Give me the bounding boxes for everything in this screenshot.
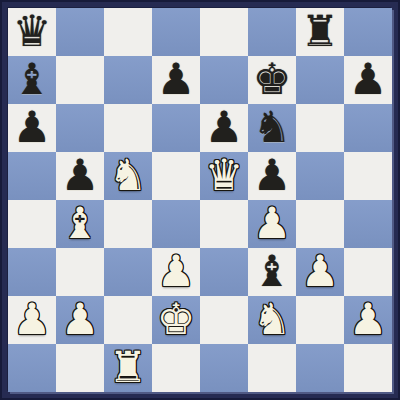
square-g1[interactable] (296, 344, 344, 392)
square-g2[interactable] (296, 296, 344, 344)
square-a1[interactable] (8, 344, 56, 392)
piece-white-pawn[interactable]: ♟ (152, 247, 200, 295)
square-c1[interactable]: ♜ (104, 344, 152, 392)
piece-white-pawn[interactable]: ♟ (344, 295, 392, 343)
square-f5[interactable]: ♟ (248, 152, 296, 200)
chess-board: ♛♜♝♟♚♟♟♟♞♟♞♛♟♝♟♟♝♟♟♟♚♞♟♜ (8, 8, 392, 392)
square-d4[interactable] (152, 200, 200, 248)
board-frame: ♛♜♝♟♚♟♟♟♞♟♞♛♟♝♟♟♝♟♟♟♚♞♟♜ (2, 2, 398, 398)
piece-black-pawn[interactable]: ♟ (8, 103, 56, 151)
piece-white-rook[interactable]: ♜ (104, 343, 152, 391)
square-a4[interactable] (8, 200, 56, 248)
piece-black-king[interactable]: ♚ (248, 55, 296, 103)
square-h8[interactable] (344, 8, 392, 56)
square-g4[interactable] (296, 200, 344, 248)
square-d5[interactable] (152, 152, 200, 200)
piece-black-pawn[interactable]: ♟ (56, 151, 104, 199)
square-f8[interactable] (248, 8, 296, 56)
piece-black-rook[interactable]: ♜ (296, 7, 344, 55)
square-e5[interactable]: ♛ (200, 152, 248, 200)
square-b4[interactable]: ♝ (56, 200, 104, 248)
square-e8[interactable] (200, 8, 248, 56)
piece-white-pawn[interactable]: ♟ (248, 199, 296, 247)
square-e6[interactable]: ♟ (200, 104, 248, 152)
piece-black-queen[interactable]: ♛ (8, 7, 56, 55)
square-b6[interactable] (56, 104, 104, 152)
square-g8[interactable]: ♜ (296, 8, 344, 56)
square-c3[interactable] (104, 248, 152, 296)
square-a8[interactable]: ♛ (8, 8, 56, 56)
piece-black-bishop[interactable]: ♝ (248, 247, 296, 295)
square-g7[interactable] (296, 56, 344, 104)
square-g6[interactable] (296, 104, 344, 152)
board-frame-outer: ♛♜♝♟♚♟♟♟♞♟♞♛♟♝♟♟♝♟♟♟♚♞♟♜ (0, 0, 400, 400)
piece-white-pawn[interactable]: ♟ (296, 247, 344, 295)
square-f1[interactable] (248, 344, 296, 392)
square-h7[interactable]: ♟ (344, 56, 392, 104)
piece-black-pawn[interactable]: ♟ (200, 103, 248, 151)
square-d3[interactable]: ♟ (152, 248, 200, 296)
piece-white-pawn[interactable]: ♟ (8, 295, 56, 343)
square-b3[interactable] (56, 248, 104, 296)
square-h4[interactable] (344, 200, 392, 248)
square-c8[interactable] (104, 8, 152, 56)
piece-black-bishop[interactable]: ♝ (8, 55, 56, 103)
square-f4[interactable]: ♟ (248, 200, 296, 248)
piece-white-knight[interactable]: ♞ (104, 151, 152, 199)
square-h2[interactable]: ♟ (344, 296, 392, 344)
square-c5[interactable]: ♞ (104, 152, 152, 200)
piece-black-pawn[interactable]: ♟ (248, 151, 296, 199)
square-f3[interactable]: ♝ (248, 248, 296, 296)
square-f2[interactable]: ♞ (248, 296, 296, 344)
square-a5[interactable] (8, 152, 56, 200)
square-f7[interactable]: ♚ (248, 56, 296, 104)
square-e7[interactable] (200, 56, 248, 104)
piece-black-pawn[interactable]: ♟ (344, 55, 392, 103)
piece-white-knight[interactable]: ♞ (248, 295, 296, 343)
square-d2[interactable]: ♚ (152, 296, 200, 344)
square-h1[interactable] (344, 344, 392, 392)
piece-white-bishop[interactable]: ♝ (56, 199, 104, 247)
square-d6[interactable] (152, 104, 200, 152)
square-a7[interactable]: ♝ (8, 56, 56, 104)
square-e2[interactable] (200, 296, 248, 344)
piece-black-knight[interactable]: ♞ (248, 103, 296, 151)
square-b5[interactable]: ♟ (56, 152, 104, 200)
square-d7[interactable]: ♟ (152, 56, 200, 104)
square-e4[interactable] (200, 200, 248, 248)
square-c2[interactable] (104, 296, 152, 344)
square-c4[interactable] (104, 200, 152, 248)
square-h3[interactable] (344, 248, 392, 296)
square-d8[interactable] (152, 8, 200, 56)
square-e1[interactable] (200, 344, 248, 392)
square-c6[interactable] (104, 104, 152, 152)
square-f6[interactable]: ♞ (248, 104, 296, 152)
square-g3[interactable]: ♟ (296, 248, 344, 296)
square-h5[interactable] (344, 152, 392, 200)
square-b1[interactable] (56, 344, 104, 392)
square-b2[interactable]: ♟ (56, 296, 104, 344)
square-h6[interactable] (344, 104, 392, 152)
square-a3[interactable] (8, 248, 56, 296)
square-a6[interactable]: ♟ (8, 104, 56, 152)
piece-white-queen[interactable]: ♛ (200, 151, 248, 199)
square-d1[interactable] (152, 344, 200, 392)
square-c7[interactable] (104, 56, 152, 104)
piece-white-pawn[interactable]: ♟ (56, 295, 104, 343)
square-g5[interactable] (296, 152, 344, 200)
piece-black-pawn[interactable]: ♟ (152, 55, 200, 103)
square-e3[interactable] (200, 248, 248, 296)
piece-white-king[interactable]: ♚ (152, 295, 200, 343)
square-b7[interactable] (56, 56, 104, 104)
square-a2[interactable]: ♟ (8, 296, 56, 344)
square-b8[interactable] (56, 8, 104, 56)
